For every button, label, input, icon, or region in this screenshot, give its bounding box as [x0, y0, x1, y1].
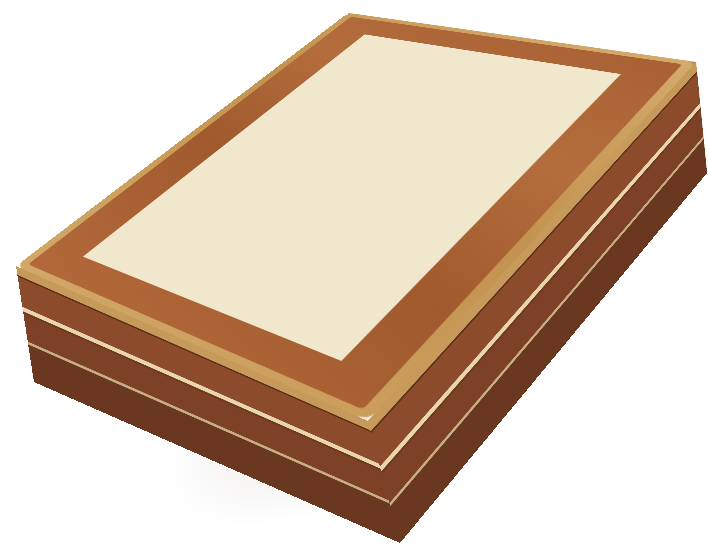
photo-scene [0, 0, 708, 550]
